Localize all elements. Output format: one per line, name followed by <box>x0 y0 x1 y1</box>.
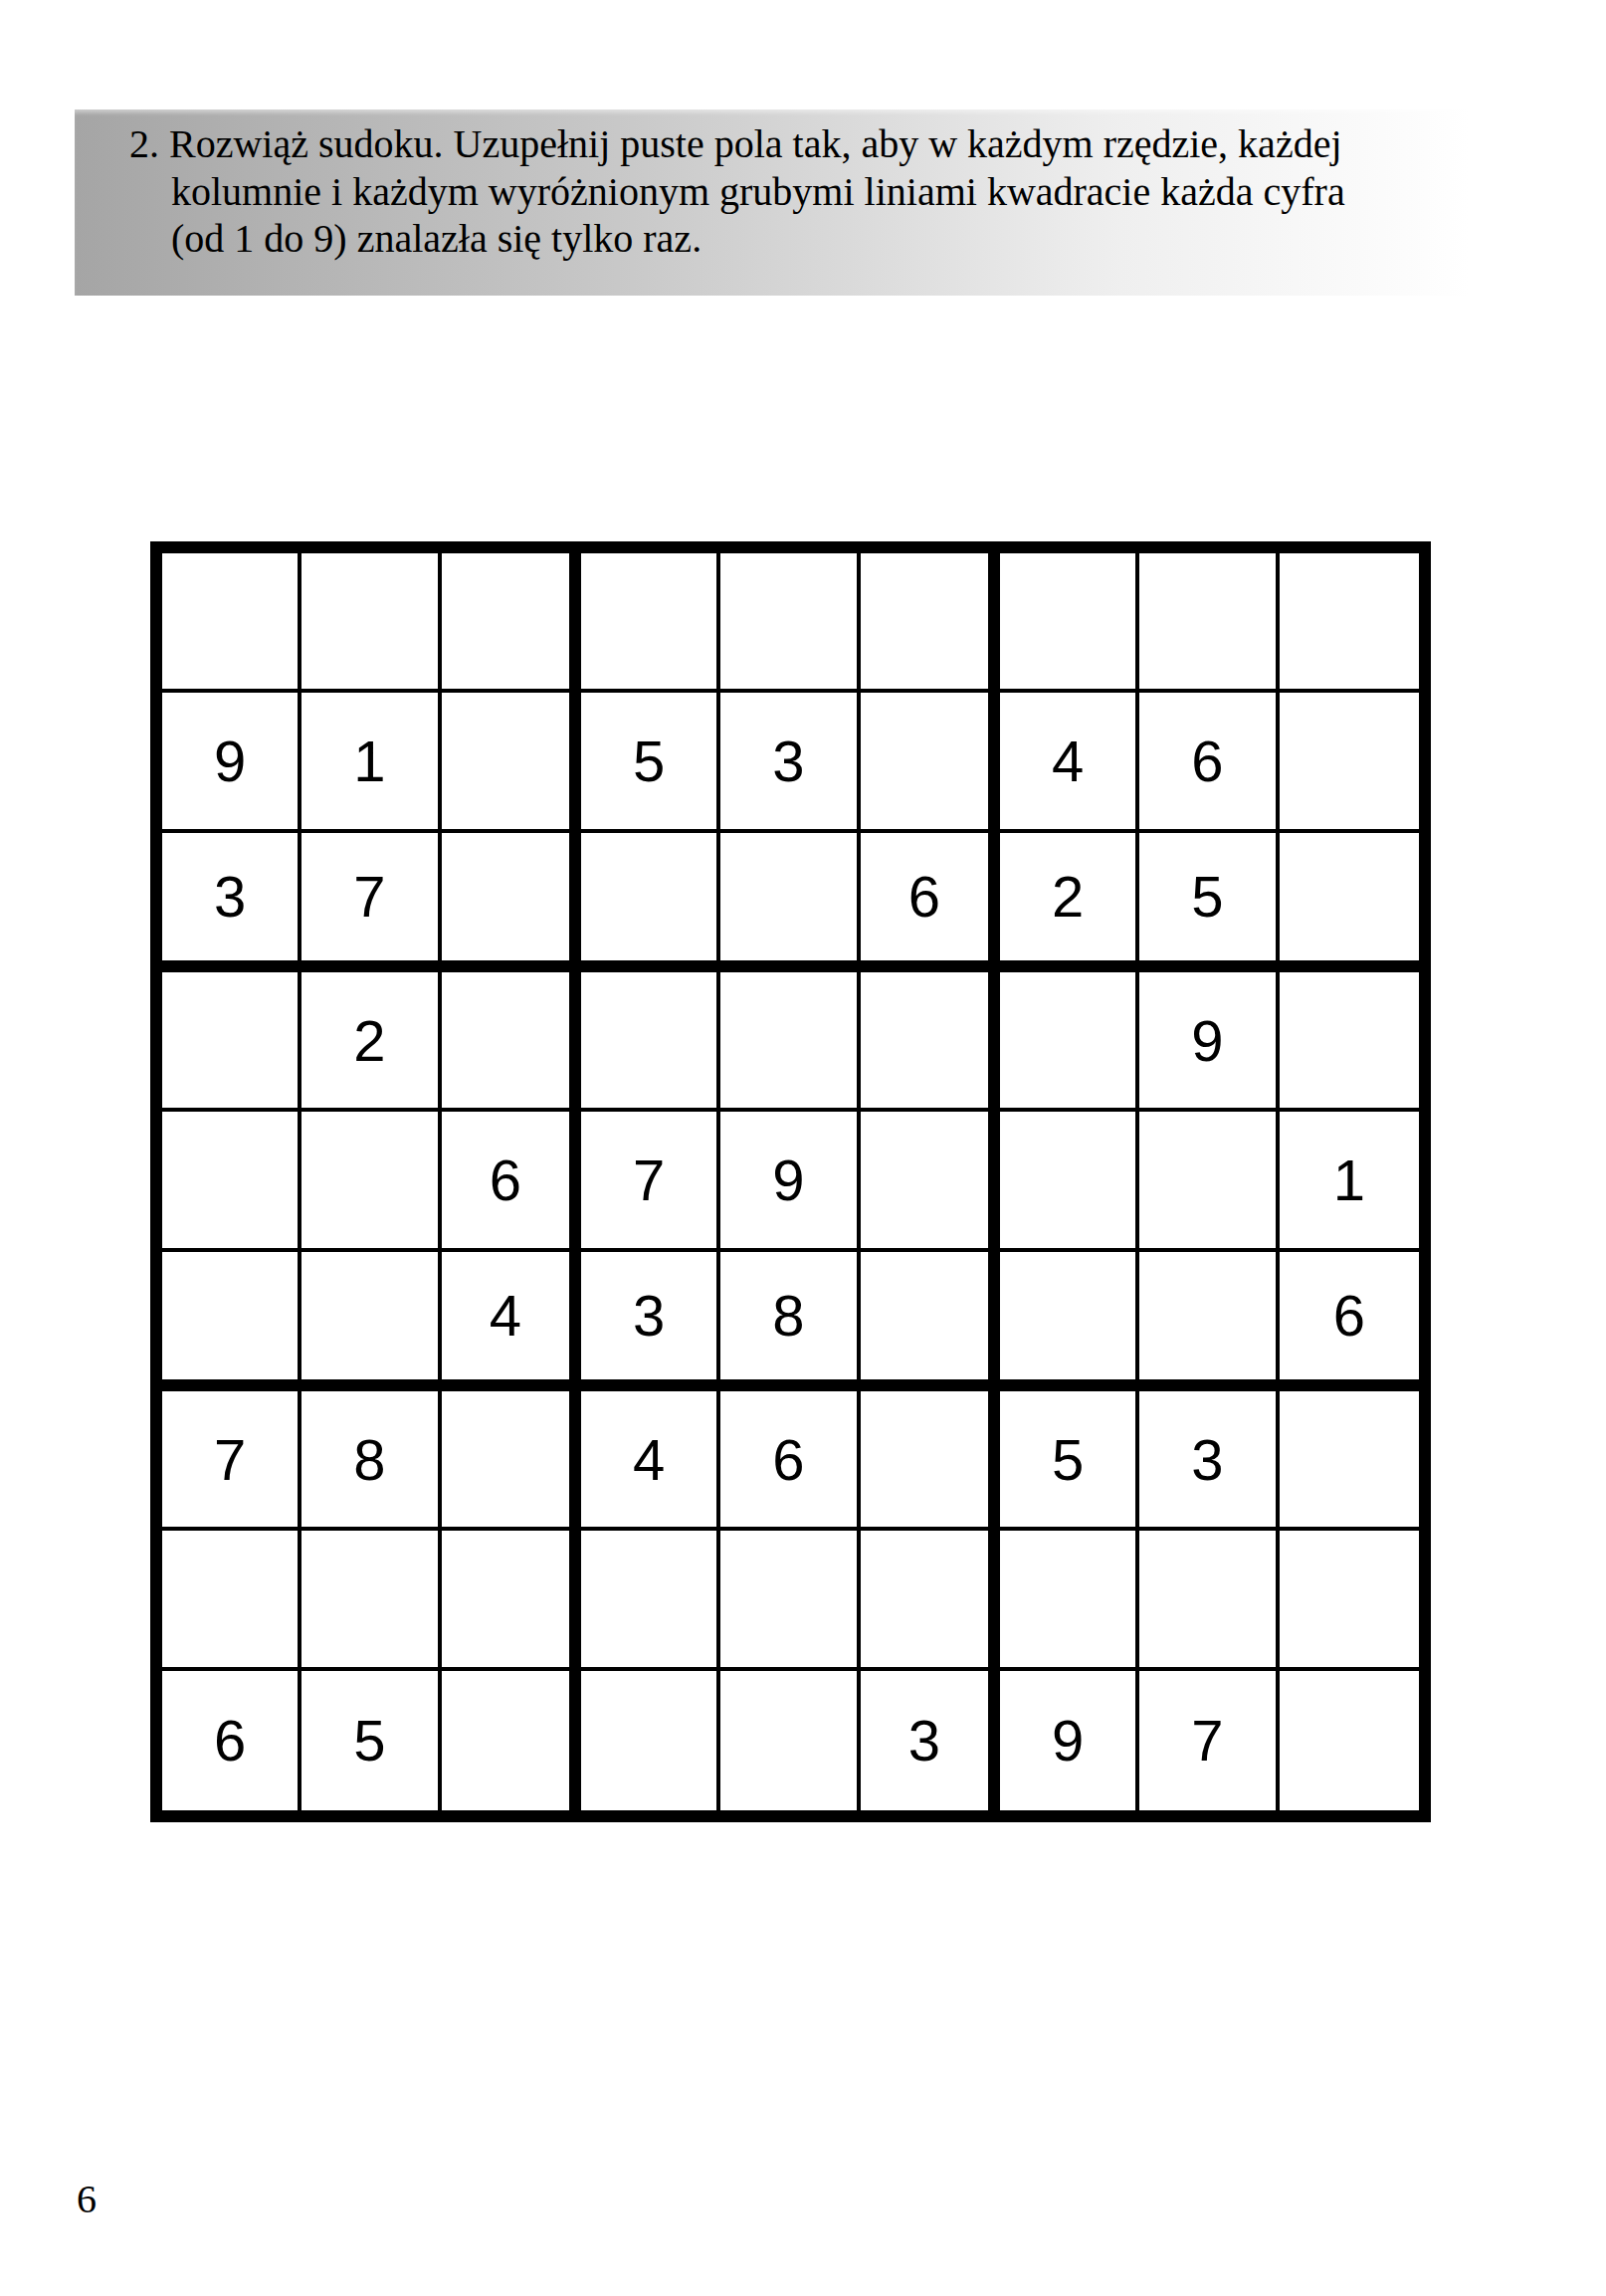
cell-r3c2: 7 <box>301 833 441 972</box>
cell-r1c1[interactable] <box>162 553 301 693</box>
cell-r5c7[interactable] <box>1000 1112 1139 1251</box>
cell-r3c8: 5 <box>1139 833 1279 972</box>
cell-r8c8[interactable] <box>1139 1531 1279 1670</box>
cell-r4c9[interactable] <box>1280 972 1419 1112</box>
cell-r7c4: 4 <box>581 1391 720 1531</box>
cell-r9c1: 6 <box>162 1671 301 1810</box>
cell-r3c5[interactable] <box>720 833 860 972</box>
cell-r2c3[interactable] <box>442 693 581 832</box>
exercise-instruction: 2. Rozwiąż sudoku. Uzupełnij puste pola … <box>129 120 1345 263</box>
cell-r4c5[interactable] <box>720 972 860 1112</box>
cell-r4c4[interactable] <box>581 972 720 1112</box>
page-number: 6 <box>77 2176 97 2222</box>
cell-r8c7[interactable] <box>1000 1531 1139 1670</box>
cell-r9c7: 9 <box>1000 1671 1139 1810</box>
cell-r4c3[interactable] <box>442 972 581 1112</box>
cell-r7c5: 6 <box>720 1391 860 1531</box>
cell-r8c4[interactable] <box>581 1531 720 1670</box>
cell-r6c8[interactable] <box>1139 1252 1279 1391</box>
cell-r7c2: 8 <box>301 1391 441 1531</box>
cell-r7c8: 3 <box>1139 1391 1279 1531</box>
cell-r9c3[interactable] <box>442 1671 581 1810</box>
cell-r6c7[interactable] <box>1000 1252 1139 1391</box>
cell-r6c1[interactable] <box>162 1252 301 1391</box>
cell-r5c9: 1 <box>1280 1112 1419 1251</box>
cell-r5c1[interactable] <box>162 1112 301 1251</box>
cell-r1c6[interactable] <box>861 553 1000 693</box>
sudoku-grid: 91534637625296791438678465365397 <box>150 541 1431 1822</box>
cell-r3c1: 3 <box>162 833 301 972</box>
cell-r2c8: 6 <box>1139 693 1279 832</box>
cell-r8c1[interactable] <box>162 1531 301 1670</box>
cell-r6c5: 8 <box>720 1252 860 1391</box>
cell-r2c6[interactable] <box>861 693 1000 832</box>
cell-r6c6[interactable] <box>861 1252 1000 1391</box>
cell-r3c9[interactable] <box>1280 833 1419 972</box>
cell-r8c3[interactable] <box>442 1531 581 1670</box>
instruction-line-1: 2. Rozwiąż sudoku. Uzupełnij puste pola … <box>129 120 1345 168</box>
cell-r2c1: 9 <box>162 693 301 832</box>
cell-r4c1[interactable] <box>162 972 301 1112</box>
cell-r3c4[interactable] <box>581 833 720 972</box>
instruction-line-3: (od 1 do 9) znalazła się tylko raz. <box>129 215 1345 263</box>
cell-r9c9[interactable] <box>1280 1671 1419 1810</box>
cell-r9c6: 3 <box>861 1671 1000 1810</box>
cell-r2c7: 4 <box>1000 693 1139 832</box>
cell-r9c4[interactable] <box>581 1671 720 1810</box>
cell-r4c8: 9 <box>1139 972 1279 1112</box>
cell-r7c6[interactable] <box>861 1391 1000 1531</box>
cell-r2c2: 1 <box>301 693 441 832</box>
cell-r7c3[interactable] <box>442 1391 581 1531</box>
cell-r2c9[interactable] <box>1280 693 1419 832</box>
cell-r1c8[interactable] <box>1139 553 1279 693</box>
cell-r5c6[interactable] <box>861 1112 1000 1251</box>
cell-r7c7: 5 <box>1000 1391 1139 1531</box>
cell-r3c3[interactable] <box>442 833 581 972</box>
cell-r9c2: 5 <box>301 1671 441 1810</box>
cell-r6c9: 6 <box>1280 1252 1419 1391</box>
cell-r1c9[interactable] <box>1280 553 1419 693</box>
exercise-instruction-box: 2. Rozwiąż sudoku. Uzupełnij puste pola … <box>75 109 1470 296</box>
cell-r9c8: 7 <box>1139 1671 1279 1810</box>
cell-r3c6: 6 <box>861 833 1000 972</box>
cell-r8c5[interactable] <box>720 1531 860 1670</box>
cell-r1c7[interactable] <box>1000 553 1139 693</box>
cell-r1c3[interactable] <box>442 553 581 693</box>
cell-r4c7[interactable] <box>1000 972 1139 1112</box>
cell-r8c2[interactable] <box>301 1531 441 1670</box>
cell-r5c3: 6 <box>442 1112 581 1251</box>
cell-r9c5[interactable] <box>720 1671 860 1810</box>
cell-r8c6[interactable] <box>861 1531 1000 1670</box>
cell-r2c4: 5 <box>581 693 720 832</box>
cell-r5c8[interactable] <box>1139 1112 1279 1251</box>
cell-r5c4: 7 <box>581 1112 720 1251</box>
cell-r6c4: 3 <box>581 1252 720 1391</box>
cell-r1c4[interactable] <box>581 553 720 693</box>
cell-r8c9[interactable] <box>1280 1531 1419 1670</box>
cell-r5c2[interactable] <box>301 1112 441 1251</box>
instruction-line-2: kolumnie i każdym wyróżnionym grubymi li… <box>129 168 1345 216</box>
cell-r4c6[interactable] <box>861 972 1000 1112</box>
cell-r6c3: 4 <box>442 1252 581 1391</box>
cell-r6c2[interactable] <box>301 1252 441 1391</box>
cell-r1c5[interactable] <box>720 553 860 693</box>
cell-r4c2: 2 <box>301 972 441 1112</box>
cell-r2c5: 3 <box>720 693 860 832</box>
cell-r5c5: 9 <box>720 1112 860 1251</box>
cell-r7c9[interactable] <box>1280 1391 1419 1531</box>
cell-r3c7: 2 <box>1000 833 1139 972</box>
cell-r1c2[interactable] <box>301 553 441 693</box>
cell-r7c1: 7 <box>162 1391 301 1531</box>
worksheet-page: 2. Rozwiąż sudoku. Uzupełnij puste pola … <box>0 0 1606 2296</box>
